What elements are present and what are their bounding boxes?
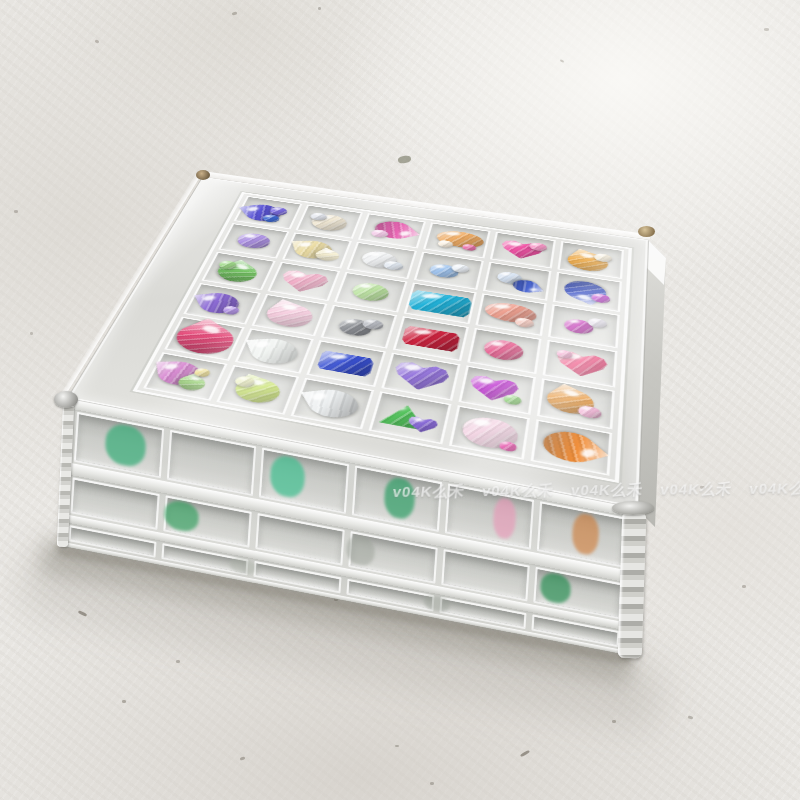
- floor-speck: [764, 28, 769, 31]
- floor-speck: [14, 210, 18, 213]
- floor-speck: [560, 59, 564, 63]
- gem: [350, 281, 391, 303]
- gem-glimpse: [229, 557, 256, 577]
- floor-speck: [742, 585, 746, 588]
- floor-speck: [700, 486, 705, 490]
- floor-speck: [430, 782, 434, 785]
- floor-speck: [240, 756, 246, 761]
- magnet-pin-left: [54, 391, 78, 408]
- gem: [246, 338, 302, 365]
- gem: [277, 268, 330, 295]
- product-photo: v04K么禾 v04K么禾 v04K么禾 v04K么禾 v04K么禾 v04K么…: [0, 0, 800, 800]
- compartment: [143, 352, 227, 400]
- gem: [259, 299, 321, 331]
- gem: [408, 289, 473, 318]
- magnet-rod-front-right: [618, 512, 647, 659]
- gem: [316, 350, 374, 377]
- gem: [482, 338, 524, 363]
- floor-speck: [318, 7, 321, 10]
- compartment: [216, 365, 300, 415]
- gem: [391, 359, 451, 394]
- compartment: [448, 405, 530, 459]
- compartment: [531, 420, 612, 476]
- gem: [300, 387, 363, 419]
- floor-speck: [122, 700, 126, 703]
- floor-speck: [176, 660, 180, 663]
- magnet-pin-back: [196, 170, 210, 180]
- compartment: [369, 392, 451, 445]
- floor-speck: [520, 750, 530, 758]
- floor-speck: [95, 39, 100, 43]
- gem: [235, 232, 273, 251]
- gem: [578, 404, 602, 420]
- floor-speck: [30, 332, 33, 335]
- gem: [509, 279, 545, 294]
- magnet-pin-front-right: [612, 501, 654, 515]
- gem: [533, 428, 608, 467]
- gem: [166, 318, 245, 359]
- gem: [502, 394, 522, 407]
- floor-speck: [397, 155, 411, 164]
- floor-speck: [232, 11, 238, 15]
- magnet-pin-right: [638, 226, 655, 237]
- gem: [383, 260, 405, 272]
- floor-speck: [395, 745, 399, 747]
- floor-speck: [688, 715, 694, 719]
- gem: [401, 325, 460, 352]
- compartment: [291, 378, 374, 429]
